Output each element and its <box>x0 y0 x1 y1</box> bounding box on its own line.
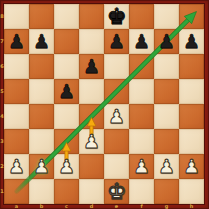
square-b8[interactable] <box>29 4 54 29</box>
square-c4[interactable] <box>54 104 79 129</box>
square-a7[interactable] <box>4 29 29 54</box>
square-b5[interactable] <box>29 79 54 104</box>
square-g1[interactable] <box>154 179 179 204</box>
rank-label-4: 4 <box>0 114 4 119</box>
square-e8[interactable] <box>104 4 129 29</box>
square-a4[interactable] <box>4 104 29 129</box>
square-g4[interactable] <box>154 104 179 129</box>
square-f8[interactable] <box>129 4 154 29</box>
chess-diagram: ♚♟♟♟♟♟♟♟♟♟♟♟♟♟♟♟♟♚ 87654321 abcdefgh <box>0 0 209 209</box>
rank-label-1: 1 <box>0 189 4 194</box>
square-d5[interactable] <box>79 79 104 104</box>
square-g8[interactable] <box>154 4 179 29</box>
square-f4[interactable] <box>129 104 154 129</box>
square-g5[interactable] <box>154 79 179 104</box>
file-label-f: f <box>129 204 154 209</box>
square-g7[interactable] <box>154 29 179 54</box>
square-h3[interactable] <box>179 129 204 154</box>
file-label-c: c <box>54 204 79 209</box>
square-b6[interactable] <box>29 54 54 79</box>
square-a2[interactable] <box>4 154 29 179</box>
file-label-h: h <box>179 204 204 209</box>
square-h6[interactable] <box>179 54 204 79</box>
square-g6[interactable] <box>154 54 179 79</box>
square-c6[interactable] <box>54 54 79 79</box>
square-d7[interactable] <box>79 29 104 54</box>
square-a1[interactable] <box>4 179 29 204</box>
square-e5[interactable] <box>104 79 129 104</box>
rank-label-5: 5 <box>0 89 4 94</box>
square-b2[interactable] <box>29 154 54 179</box>
square-d4[interactable] <box>79 104 104 129</box>
rank-label-6: 6 <box>0 64 4 69</box>
square-h2[interactable] <box>179 154 204 179</box>
square-b4[interactable] <box>29 104 54 129</box>
square-h4[interactable] <box>179 104 204 129</box>
square-c5[interactable] <box>54 79 79 104</box>
square-h8[interactable] <box>179 4 204 29</box>
square-f7[interactable] <box>129 29 154 54</box>
rank-label-2: 2 <box>0 164 4 169</box>
square-h1[interactable] <box>179 179 204 204</box>
square-f2[interactable] <box>129 154 154 179</box>
square-c7[interactable] <box>54 29 79 54</box>
file-label-e: e <box>104 204 129 209</box>
square-f6[interactable] <box>129 54 154 79</box>
square-d3[interactable] <box>79 129 104 154</box>
square-c1[interactable] <box>54 179 79 204</box>
square-c8[interactable] <box>54 4 79 29</box>
square-c2[interactable] <box>54 154 79 179</box>
rank-label-8: 8 <box>0 14 4 19</box>
square-d1[interactable] <box>79 179 104 204</box>
square-e4[interactable] <box>104 104 129 129</box>
square-d2[interactable] <box>79 154 104 179</box>
square-c3[interactable] <box>54 129 79 154</box>
square-d6[interactable] <box>79 54 104 79</box>
square-e3[interactable] <box>104 129 129 154</box>
square-b1[interactable] <box>29 179 54 204</box>
square-f5[interactable] <box>129 79 154 104</box>
chess-board[interactable] <box>4 4 204 204</box>
square-f1[interactable] <box>129 179 154 204</box>
square-f3[interactable] <box>129 129 154 154</box>
square-b7[interactable] <box>29 29 54 54</box>
square-e2[interactable] <box>104 154 129 179</box>
square-e6[interactable] <box>104 54 129 79</box>
square-a8[interactable] <box>4 4 29 29</box>
square-a5[interactable] <box>4 79 29 104</box>
square-e7[interactable] <box>104 29 129 54</box>
square-e1[interactable] <box>104 179 129 204</box>
file-label-g: g <box>154 204 179 209</box>
file-label-a: a <box>4 204 29 209</box>
file-label-b: b <box>29 204 54 209</box>
square-b3[interactable] <box>29 129 54 154</box>
square-h5[interactable] <box>179 79 204 104</box>
square-g3[interactable] <box>154 129 179 154</box>
rank-label-3: 3 <box>0 139 4 144</box>
file-label-d: d <box>79 204 104 209</box>
square-h7[interactable] <box>179 29 204 54</box>
square-d8[interactable] <box>79 4 104 29</box>
rank-label-7: 7 <box>0 39 4 44</box>
square-a6[interactable] <box>4 54 29 79</box>
square-g2[interactable] <box>154 154 179 179</box>
square-a3[interactable] <box>4 129 29 154</box>
